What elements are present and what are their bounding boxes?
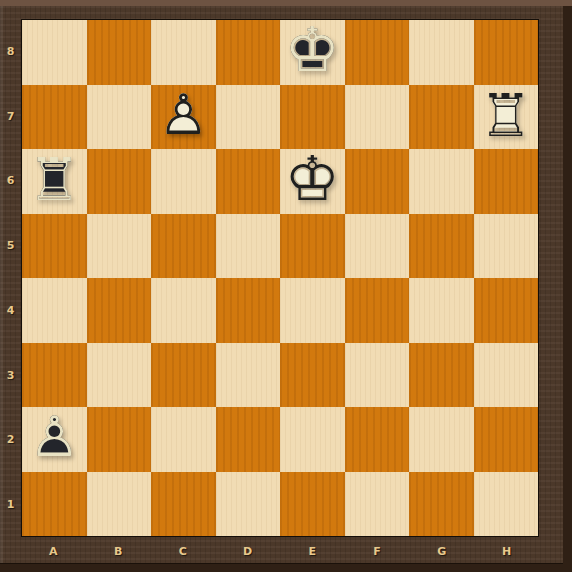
- black-king-glyph: ♚: [284, 19, 340, 81]
- square-d1[interactable]: [216, 472, 281, 537]
- square-g5[interactable]: [409, 214, 474, 279]
- square-d7[interactable]: [216, 85, 281, 150]
- square-e5[interactable]: [280, 214, 345, 279]
- square-f4[interactable]: [345, 278, 410, 343]
- black-rook[interactable]: ♜♖: [22, 149, 87, 214]
- square-f2[interactable]: [345, 407, 410, 472]
- square-c4[interactable]: [151, 278, 216, 343]
- white-pawn-glyph: ♟: [158, 87, 208, 143]
- square-c1[interactable]: [151, 472, 216, 537]
- square-g3[interactable]: [409, 343, 474, 408]
- square-f5[interactable]: [345, 214, 410, 279]
- white-pawn[interactable]: ♟♙: [151, 85, 216, 150]
- rank-label-4: 4: [0, 278, 21, 343]
- square-d5[interactable]: [216, 214, 281, 279]
- black-king-outline: ♔: [284, 19, 340, 81]
- white-rook-glyph: ♜: [479, 85, 532, 144]
- square-d8[interactable]: [216, 20, 281, 85]
- square-f1[interactable]: [345, 472, 410, 537]
- black-rook-glyph: ♜: [28, 150, 81, 209]
- square-b7[interactable]: [87, 85, 152, 150]
- square-d4[interactable]: [216, 278, 281, 343]
- white-king-outline: ♔: [284, 148, 340, 210]
- frame-bevel-bottom: [0, 563, 563, 572]
- square-d6[interactable]: [216, 149, 281, 214]
- square-a7[interactable]: [22, 85, 87, 150]
- square-d3[interactable]: [216, 343, 281, 408]
- square-g4[interactable]: [409, 278, 474, 343]
- square-g2[interactable]: [409, 407, 474, 472]
- square-e7[interactable]: [280, 85, 345, 150]
- square-c6[interactable]: [151, 149, 216, 214]
- rank-label-3: 3: [0, 343, 21, 408]
- rank-labels: 87654321: [0, 19, 21, 537]
- frame-bevel-top: [0, 0, 572, 6]
- square-b4[interactable]: [87, 278, 152, 343]
- square-a8[interactable]: [22, 20, 87, 85]
- square-c2[interactable]: [151, 407, 216, 472]
- rank-label-5: 5: [0, 213, 21, 278]
- file-label-e: E: [280, 538, 345, 564]
- square-h5[interactable]: [474, 214, 539, 279]
- white-rook-outline: ♖: [479, 85, 532, 144]
- file-label-h: H: [474, 538, 539, 564]
- white-rook[interactable]: ♜♖: [474, 85, 539, 150]
- file-label-b: B: [86, 538, 151, 564]
- square-f7[interactable]: [345, 85, 410, 150]
- square-d2[interactable]: [216, 407, 281, 472]
- frame-bevel-right: [563, 6, 572, 572]
- rank-label-6: 6: [0, 149, 21, 214]
- square-b3[interactable]: [87, 343, 152, 408]
- square-b5[interactable]: [87, 214, 152, 279]
- file-label-d: D: [215, 538, 280, 564]
- square-e2[interactable]: [280, 407, 345, 472]
- square-b6[interactable]: [87, 149, 152, 214]
- white-king-glyph: ♚: [284, 148, 340, 210]
- square-b2[interactable]: [87, 407, 152, 472]
- square-a6[interactable]: ♜♖: [22, 149, 87, 214]
- square-e8[interactable]: ♚♔: [280, 20, 345, 85]
- rank-label-7: 7: [0, 84, 21, 149]
- square-g7[interactable]: [409, 85, 474, 150]
- white-king[interactable]: ♚♔: [280, 149, 345, 214]
- black-king[interactable]: ♚♔: [280, 20, 345, 85]
- square-b1[interactable]: [87, 472, 152, 537]
- square-e6[interactable]: ♚♔: [280, 149, 345, 214]
- square-a5[interactable]: [22, 214, 87, 279]
- square-a4[interactable]: [22, 278, 87, 343]
- chessboard: ♚♔♟♙♜♖♜♖♚♔♟♙: [21, 19, 539, 537]
- square-e4[interactable]: [280, 278, 345, 343]
- square-g8[interactable]: [409, 20, 474, 85]
- file-labels: ABCDEFGH: [21, 538, 539, 564]
- square-a2[interactable]: ♟♙: [22, 407, 87, 472]
- square-a1[interactable]: [22, 472, 87, 537]
- black-pawn-glyph: ♟: [29, 410, 79, 466]
- square-g1[interactable]: [409, 472, 474, 537]
- square-h6[interactable]: [474, 149, 539, 214]
- square-c3[interactable]: [151, 343, 216, 408]
- rank-label-1: 1: [0, 472, 21, 537]
- square-c5[interactable]: [151, 214, 216, 279]
- rank-label-2: 2: [0, 408, 21, 473]
- square-g6[interactable]: [409, 149, 474, 214]
- square-e1[interactable]: [280, 472, 345, 537]
- square-f8[interactable]: [345, 20, 410, 85]
- file-label-g: G: [410, 538, 475, 564]
- file-label-a: A: [21, 538, 86, 564]
- square-h3[interactable]: [474, 343, 539, 408]
- square-e3[interactable]: [280, 343, 345, 408]
- square-c7[interactable]: ♟♙: [151, 85, 216, 150]
- square-h8[interactable]: [474, 20, 539, 85]
- black-pawn-outline: ♙: [29, 410, 79, 466]
- black-rook-outline: ♖: [28, 150, 81, 209]
- square-f3[interactable]: [345, 343, 410, 408]
- black-pawn[interactable]: ♟♙: [22, 407, 87, 472]
- square-h2[interactable]: [474, 407, 539, 472]
- square-f6[interactable]: [345, 149, 410, 214]
- rank-label-8: 8: [0, 19, 21, 84]
- square-h7[interactable]: ♜♖: [474, 85, 539, 150]
- file-label-c: C: [151, 538, 216, 564]
- square-h1[interactable]: [474, 472, 539, 537]
- square-a3[interactable]: [22, 343, 87, 408]
- square-b8[interactable]: [87, 20, 152, 85]
- square-c8[interactable]: [151, 20, 216, 85]
- chess-app: 87654321 ABCDEFGH ♚♔♟♙♜♖♜♖♚♔♟♙: [0, 0, 572, 572]
- white-pawn-outline: ♙: [158, 87, 208, 143]
- file-label-f: F: [345, 538, 410, 564]
- square-h4[interactable]: [474, 278, 539, 343]
